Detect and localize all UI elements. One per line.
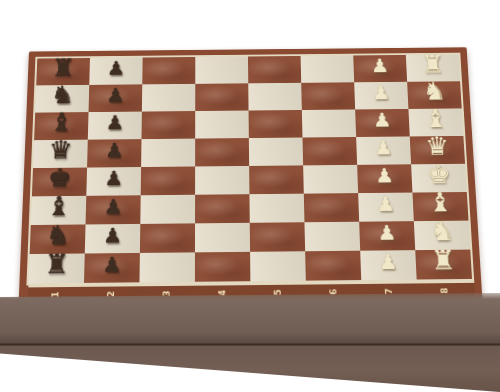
square-e3[interactable] bbox=[141, 166, 195, 195]
square-a4[interactable] bbox=[195, 57, 248, 84]
piece-cream-pawn-h7[interactable]: ♟ bbox=[378, 252, 398, 273]
piece-brown-rook-a1[interactable]: ♜ bbox=[51, 55, 75, 79]
square-g6[interactable] bbox=[304, 222, 360, 252]
square-f6[interactable] bbox=[304, 193, 359, 222]
square-c5[interactable] bbox=[249, 110, 303, 138]
board-inner-border: ♜♟♟♜♞♟♟♞♝♟♟♝♛♟♟♛♚♟♟♚♝♟♟♝♞♟♟♞♜♟♟♜ bbox=[26, 53, 474, 286]
square-e4[interactable] bbox=[195, 166, 249, 195]
piece-cream-pawn-f7[interactable]: ♟ bbox=[376, 194, 395, 214]
piece-brown-pawn-b2[interactable]: ♟ bbox=[106, 86, 125, 105]
piece-cream-pawn-c7[interactable]: ♟ bbox=[373, 110, 392, 129]
square-d4[interactable] bbox=[195, 138, 249, 166]
square-a2[interactable]: ♟ bbox=[89, 58, 142, 85]
square-c6[interactable] bbox=[302, 109, 356, 137]
square-f3[interactable] bbox=[140, 195, 195, 224]
square-a5[interactable] bbox=[248, 56, 301, 83]
piece-brown-pawn-d2[interactable]: ♟ bbox=[105, 141, 124, 161]
square-b4[interactable] bbox=[195, 83, 248, 111]
square-f5[interactable] bbox=[249, 194, 304, 223]
piece-cream-rook-a8[interactable]: ♜ bbox=[420, 51, 445, 75]
piece-brown-pawn-f2[interactable]: ♟ bbox=[104, 197, 123, 217]
piece-brown-pawn-h2[interactable]: ♟ bbox=[102, 255, 121, 276]
square-g4[interactable] bbox=[195, 223, 250, 253]
square-g3[interactable] bbox=[140, 223, 195, 253]
square-a3[interactable] bbox=[142, 57, 195, 84]
square-f4[interactable] bbox=[195, 194, 250, 223]
square-d5[interactable] bbox=[249, 138, 303, 166]
square-b7[interactable]: ♟ bbox=[354, 82, 408, 110]
square-f7[interactable]: ♟ bbox=[358, 193, 414, 222]
square-a7[interactable]: ♟ bbox=[353, 55, 407, 82]
square-e6[interactable] bbox=[303, 165, 358, 194]
folding-box-side bbox=[0, 293, 500, 392]
square-c7[interactable]: ♟ bbox=[355, 109, 410, 137]
piece-brown-rook-h1[interactable]: ♜ bbox=[44, 250, 69, 277]
piece-cream-bishop-f8[interactable]: ♝ bbox=[427, 189, 452, 215]
chess-board: ♜♟♟♜♞♟♟♞♝♟♟♝♛♟♟♛♚♟♟♚♝♟♟♝♞♟♟♞♜♟♟♜ 1234567… bbox=[18, 47, 482, 306]
piece-brown-queen-d1[interactable]: ♛ bbox=[48, 137, 73, 162]
square-g7[interactable]: ♟ bbox=[359, 221, 415, 251]
square-d3[interactable] bbox=[141, 139, 195, 167]
piece-cream-knight-b8[interactable]: ♞ bbox=[422, 78, 447, 103]
square-b5[interactable] bbox=[248, 83, 302, 111]
piece-brown-knight-b1[interactable]: ♞ bbox=[50, 82, 74, 107]
board-frame: ♜♟♟♜♞♟♟♞♝♟♟♝♛♟♟♛♚♟♟♚♝♟♟♝♞♟♟♞♜♟♟♜ 1234567… bbox=[18, 47, 482, 306]
piece-brown-bishop-c1[interactable]: ♝ bbox=[49, 109, 73, 134]
square-g5[interactable] bbox=[250, 222, 305, 252]
square-b6[interactable] bbox=[301, 82, 355, 110]
square-d2[interactable]: ♟ bbox=[87, 139, 141, 167]
square-c2[interactable]: ♟ bbox=[88, 112, 142, 140]
square-e2[interactable]: ♟ bbox=[86, 167, 141, 196]
square-d6[interactable] bbox=[302, 137, 357, 165]
piece-cream-knight-g8[interactable]: ♞ bbox=[429, 217, 455, 243]
square-b3[interactable] bbox=[142, 84, 195, 112]
square-g2[interactable]: ♟ bbox=[85, 224, 141, 254]
piece-cream-pawn-b7[interactable]: ♟ bbox=[372, 83, 391, 102]
board-grid: ♜♟♟♜♞♟♟♞♝♟♟♝♛♟♟♛♚♟♟♚♝♟♟♝♞♟♟♞♜♟♟♜ bbox=[28, 54, 472, 283]
square-b2[interactable]: ♟ bbox=[89, 84, 143, 112]
chess-set-photo: ♜♟♟♜♞♟♟♞♝♟♟♝♛♟♟♛♚♟♟♚♝♟♟♝♞♟♟♞♜♟♟♜ 1234567… bbox=[0, 0, 500, 392]
piece-brown-bishop-f1[interactable]: ♝ bbox=[46, 193, 71, 219]
square-c3[interactable] bbox=[141, 111, 195, 139]
square-a6[interactable] bbox=[301, 55, 355, 82]
piece-brown-pawn-a2[interactable]: ♟ bbox=[107, 59, 125, 78]
piece-cream-pawn-d7[interactable]: ♟ bbox=[374, 138, 393, 158]
square-f2[interactable]: ♟ bbox=[86, 195, 141, 224]
square-c4[interactable] bbox=[195, 111, 249, 139]
piece-cream-queen-d8[interactable]: ♛ bbox=[425, 133, 450, 158]
piece-cream-pawn-g7[interactable]: ♟ bbox=[377, 223, 397, 243]
piece-brown-king-e1[interactable]: ♚ bbox=[47, 164, 72, 190]
piece-cream-rook-h8[interactable]: ♜ bbox=[430, 246, 456, 273]
piece-cream-king-e8[interactable]: ♚ bbox=[426, 161, 451, 187]
piece-brown-pawn-c2[interactable]: ♟ bbox=[106, 113, 125, 132]
square-e7[interactable]: ♟ bbox=[357, 164, 412, 193]
piece-brown-pawn-g2[interactable]: ♟ bbox=[103, 226, 122, 246]
piece-cream-pawn-e7[interactable]: ♟ bbox=[375, 166, 394, 186]
square-e5[interactable] bbox=[249, 165, 304, 194]
piece-brown-pawn-e2[interactable]: ♟ bbox=[104, 169, 123, 189]
piece-cream-pawn-a7[interactable]: ♟ bbox=[371, 56, 390, 75]
square-d7[interactable]: ♟ bbox=[356, 136, 411, 164]
piece-brown-knight-g1[interactable]: ♞ bbox=[45, 221, 70, 247]
piece-cream-bishop-c8[interactable]: ♝ bbox=[423, 105, 448, 130]
